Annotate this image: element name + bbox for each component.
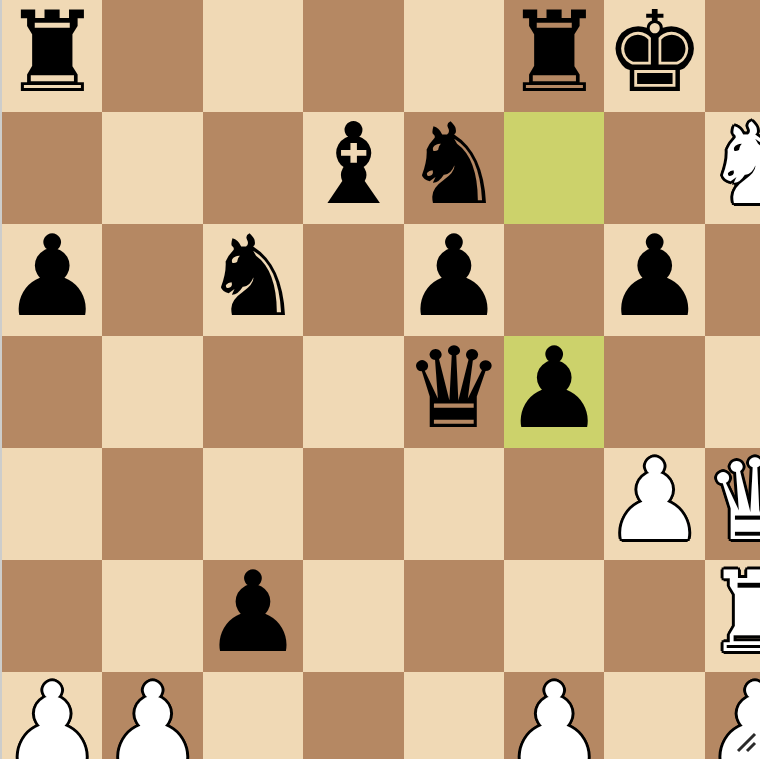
chess-board: ♜♜♚8♝♞♞7♟♞♟♟6♛♟5♟♛4♟♜3♟♟♟♟2ab♜cdef♚g1h [2,0,760,757]
square-c8[interactable] [203,0,303,112]
square-a3[interactable] [2,560,102,672]
square-d4[interactable] [303,448,403,560]
piece-white-queen[interactable]: ♛ [705,444,760,556]
piece-black-rook[interactable]: ♜ [2,0,102,108]
piece-black-pawn[interactable]: ♟ [203,556,303,668]
piece-black-pawn[interactable]: ♟ [404,220,504,332]
piece-white-pawn[interactable]: ♟ [504,668,604,759]
square-h4[interactable]: ♛4 [705,448,760,560]
square-d5[interactable] [303,336,403,448]
square-c6[interactable]: ♞ [203,224,303,336]
square-f7[interactable] [504,112,604,224]
square-f5[interactable]: ♟ [504,336,604,448]
square-d7[interactable]: ♝ [303,112,403,224]
piece-black-pawn[interactable]: ♟ [504,332,604,444]
piece-black-queen[interactable]: ♛ [404,332,504,444]
piece-white-knight[interactable]: ♞ [705,108,760,220]
square-h3[interactable]: ♜3 [705,560,760,672]
square-e5[interactable]: ♛ [404,336,504,448]
square-d6[interactable] [303,224,403,336]
square-e3[interactable] [404,560,504,672]
square-e8[interactable] [404,0,504,112]
piece-black-pawn[interactable]: ♟ [2,220,102,332]
square-b5[interactable] [102,336,202,448]
square-b8[interactable] [102,0,202,112]
square-f6[interactable] [504,224,604,336]
square-e7[interactable]: ♞ [404,112,504,224]
square-a7[interactable] [2,112,102,224]
square-h8[interactable]: 8 [705,0,760,112]
square-g6[interactable]: ♟ [604,224,704,336]
square-c3[interactable]: ♟ [203,560,303,672]
square-g3[interactable] [604,560,704,672]
piece-white-pawn[interactable]: ♟ [604,444,704,556]
square-g2[interactable] [604,672,704,759]
square-a8[interactable]: ♜ [2,0,102,112]
square-b6[interactable] [102,224,202,336]
square-g7[interactable] [604,112,704,224]
square-b7[interactable] [102,112,202,224]
square-h6[interactable]: 6 [705,224,760,336]
square-d2[interactable] [303,672,403,759]
square-c4[interactable] [203,448,303,560]
piece-black-king[interactable]: ♚ [604,0,704,108]
square-h5[interactable]: 5 [705,336,760,448]
square-g8[interactable]: ♚ [604,0,704,112]
square-d8[interactable] [303,0,403,112]
square-f3[interactable] [504,560,604,672]
square-e6[interactable]: ♟ [404,224,504,336]
square-h7[interactable]: ♞7 [705,112,760,224]
piece-white-pawn[interactable]: ♟ [2,668,102,759]
piece-white-pawn[interactable]: ♟ [102,668,202,759]
square-b4[interactable] [102,448,202,560]
square-f4[interactable] [504,448,604,560]
square-d3[interactable] [303,560,403,672]
piece-black-knight[interactable]: ♞ [203,220,303,332]
square-c2[interactable] [203,672,303,759]
piece-black-pawn[interactable]: ♟ [604,220,704,332]
square-c7[interactable] [203,112,303,224]
piece-black-rook[interactable]: ♜ [504,0,604,108]
square-b3[interactable] [102,560,202,672]
square-a4[interactable] [2,448,102,560]
square-g5[interactable] [604,336,704,448]
piece-black-knight[interactable]: ♞ [404,108,504,220]
piece-black-bishop[interactable]: ♝ [303,108,403,220]
square-g4[interactable]: ♟ [604,448,704,560]
square-f8[interactable]: ♜ [504,0,604,112]
square-c5[interactable] [203,336,303,448]
square-a2[interactable]: ♟ [2,672,102,759]
square-e2[interactable] [404,672,504,759]
square-a5[interactable] [2,336,102,448]
square-f2[interactable]: ♟ [504,672,604,759]
square-b2[interactable]: ♟ [102,672,202,759]
resize-handle[interactable] [735,731,757,753]
square-a6[interactable]: ♟ [2,224,102,336]
piece-white-rook[interactable]: ♜ [705,556,760,668]
square-e4[interactable] [404,448,504,560]
